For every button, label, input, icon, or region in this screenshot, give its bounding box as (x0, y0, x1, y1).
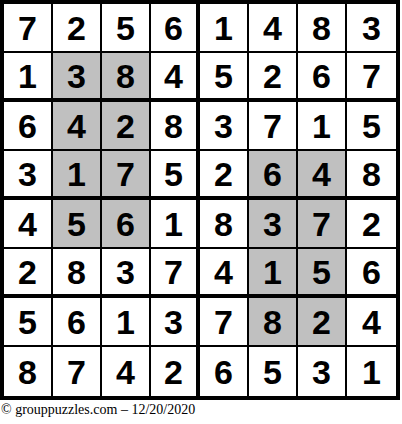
page: 7256148313845267642837153175264845618372… (0, 0, 402, 424)
cell-r6c4: 7 (151, 249, 200, 298)
cell-r1c3: 5 (102, 4, 151, 53)
cell-r8c8: 1 (347, 347, 396, 396)
cell-r8c1: 8 (4, 347, 53, 396)
cell-r1c6: 4 (249, 4, 298, 53)
cell-r3c2: 4 (53, 102, 102, 151)
cell-r5c5: 8 (200, 200, 249, 249)
cell-r4c6: 6 (249, 151, 298, 200)
cell-r4c7: 4 (298, 151, 347, 200)
cell-r1c7: 8 (298, 4, 347, 53)
board: 7256148313845267642837153175264845618372… (0, 0, 400, 400)
copyright-text: © grouppuzzles.com – 12/20/2020 (1, 402, 195, 418)
cell-r1c5: 1 (200, 4, 249, 53)
cell-r5c2: 5 (53, 200, 102, 249)
cell-r7c1: 5 (4, 298, 53, 347)
cell-r2c4: 4 (151, 53, 200, 102)
cell-r1c2: 2 (53, 4, 102, 53)
cell-r3c3: 2 (102, 102, 151, 151)
cell-r5c8: 2 (347, 200, 396, 249)
cell-r6c8: 6 (347, 249, 396, 298)
cell-r4c3: 7 (102, 151, 151, 200)
cell-r3c6: 7 (249, 102, 298, 151)
cell-r4c5: 2 (200, 151, 249, 200)
cell-r6c1: 2 (4, 249, 53, 298)
cell-r7c8: 4 (347, 298, 396, 347)
cell-r2c5: 5 (200, 53, 249, 102)
cell-r5c1: 4 (4, 200, 53, 249)
cell-r7c3: 1 (102, 298, 151, 347)
cell-r6c7: 5 (298, 249, 347, 298)
cell-r8c3: 4 (102, 347, 151, 396)
cell-r7c2: 6 (53, 298, 102, 347)
cell-r1c1: 7 (4, 4, 53, 53)
cell-r2c1: 1 (4, 53, 53, 102)
cell-r2c2: 3 (53, 53, 102, 102)
cell-r3c5: 3 (200, 102, 249, 151)
cell-r3c7: 1 (298, 102, 347, 151)
cell-r8c5: 6 (200, 347, 249, 396)
cell-r4c1: 3 (4, 151, 53, 200)
cell-r8c4: 2 (151, 347, 200, 396)
cell-r4c2: 1 (53, 151, 102, 200)
cell-r3c1: 6 (4, 102, 53, 151)
cell-r3c4: 8 (151, 102, 200, 151)
cell-r2c6: 2 (249, 53, 298, 102)
cell-r5c3: 6 (102, 200, 151, 249)
cell-r5c6: 3 (249, 200, 298, 249)
cell-r2c8: 7 (347, 53, 396, 102)
cell-r7c4: 3 (151, 298, 200, 347)
cell-r1c4: 6 (151, 4, 200, 53)
cell-r4c4: 5 (151, 151, 200, 200)
cell-r7c5: 7 (200, 298, 249, 347)
cell-r8c6: 5 (249, 347, 298, 396)
cell-r6c6: 1 (249, 249, 298, 298)
cell-r5c7: 7 (298, 200, 347, 249)
cell-r8c2: 7 (53, 347, 102, 396)
cell-r5c4: 1 (151, 200, 200, 249)
cell-r8c7: 3 (298, 347, 347, 396)
cell-r6c2: 8 (53, 249, 102, 298)
cell-r2c7: 6 (298, 53, 347, 102)
cell-r3c8: 5 (347, 102, 396, 151)
cell-r6c3: 3 (102, 249, 151, 298)
cell-r1c8: 3 (347, 4, 396, 53)
cell-r4c8: 8 (347, 151, 396, 200)
cell-r2c3: 8 (102, 53, 151, 102)
cell-r7c7: 2 (298, 298, 347, 347)
cell-r7c6: 8 (249, 298, 298, 347)
cell-r6c5: 4 (200, 249, 249, 298)
